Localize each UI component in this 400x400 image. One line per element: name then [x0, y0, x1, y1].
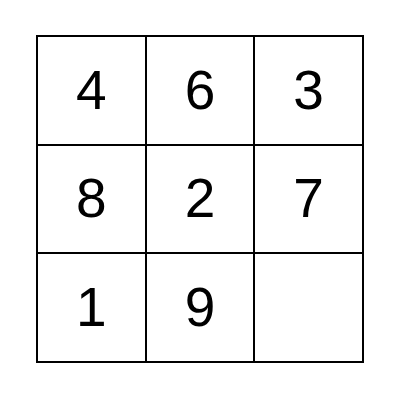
puzzle-board: 4 6 3 8 2 7 1 9 — [36, 35, 364, 363]
puzzle-page: 4 6 3 8 2 7 1 9 — [0, 0, 400, 400]
tile-label: 2 — [185, 171, 216, 226]
cell-r3c1[interactable]: 1 — [38, 254, 145, 361]
tile-label: 8 — [76, 171, 107, 226]
tile-label: 3 — [293, 63, 324, 118]
tile-label: 9 — [185, 280, 216, 335]
cell-r2c3[interactable]: 7 — [255, 146, 362, 253]
cell-r1c3[interactable]: 3 — [255, 37, 362, 144]
tile-label: 4 — [76, 63, 107, 118]
tile-label: 6 — [185, 63, 216, 118]
cell-r3c3-empty — [255, 254, 362, 361]
cell-r1c2[interactable]: 6 — [147, 37, 254, 144]
cell-r1c1[interactable]: 4 — [38, 37, 145, 144]
tile-label: 7 — [293, 171, 324, 226]
cell-r2c1[interactable]: 8 — [38, 146, 145, 253]
cell-r3c2[interactable]: 9 — [147, 254, 254, 361]
cell-r2c2[interactable]: 2 — [147, 146, 254, 253]
tile-label: 1 — [76, 280, 107, 335]
